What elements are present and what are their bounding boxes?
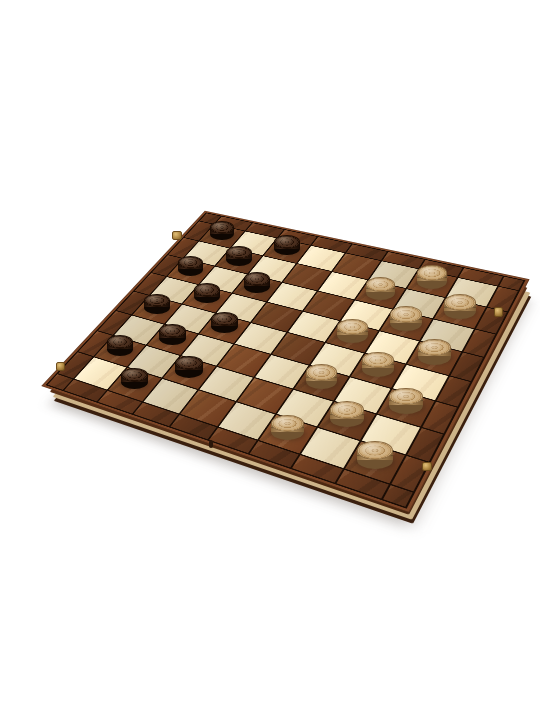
dark-checker-piece[interactable]: [274, 235, 300, 255]
light-checker-piece[interactable]: [330, 401, 364, 427]
light-checker-piece[interactable]: [306, 364, 338, 389]
dark-checker-piece[interactable]: [121, 368, 148, 389]
light-checker-piece[interactable]: [417, 265, 448, 289]
light-checker-piece[interactable]: [362, 352, 394, 377]
light-checker-piece[interactable]: [357, 441, 393, 469]
dark-checker-piece[interactable]: [175, 356, 203, 378]
dark-checker-piece[interactable]: [226, 246, 252, 266]
dark-checker-piece[interactable]: [210, 221, 234, 240]
dark-checker-piece[interactable]: [178, 256, 203, 275]
dark-checker-piece[interactable]: [244, 272, 271, 293]
light-checker-piece[interactable]: [390, 306, 421, 331]
brass-hinge-icon: [494, 307, 503, 317]
dark-checker-piece[interactable]: [159, 324, 186, 345]
light-checker-piece[interactable]: [389, 388, 424, 415]
dark-checker-piece[interactable]: [211, 312, 239, 333]
light-checker-piece[interactable]: [444, 294, 476, 319]
light-checker-piece[interactable]: [337, 319, 368, 343]
dark-checker-piece[interactable]: [194, 283, 220, 303]
photo-canvas: [0, 0, 540, 720]
brass-hinge-icon: [56, 362, 65, 371]
brass-clasp-icon: [172, 231, 182, 240]
light-checker-piece[interactable]: [366, 277, 396, 300]
dark-checker-piece[interactable]: [107, 335, 133, 355]
light-checker-piece[interactable]: [271, 415, 304, 440]
pieces-layer: [0, 0, 540, 720]
light-checker-piece[interactable]: [418, 339, 451, 365]
brass-clasp-icon: [422, 462, 432, 471]
fold-seam-notch: [209, 440, 213, 448]
dark-checker-piece[interactable]: [144, 294, 169, 314]
